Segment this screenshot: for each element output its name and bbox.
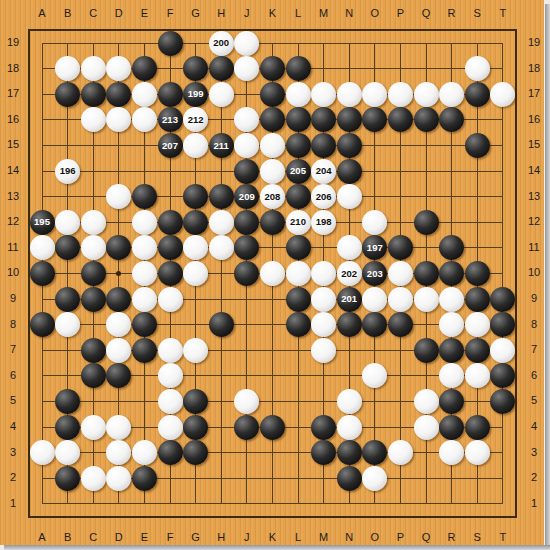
coord-label-top: D: [110, 7, 128, 19]
stone-black: [81, 338, 106, 363]
stone-black: [337, 312, 362, 337]
move-number-label: 206: [316, 192, 332, 202]
coord-label-left: 13: [2, 190, 24, 202]
stone-black: [132, 312, 157, 337]
stone-white: [30, 440, 55, 465]
stone-black: 199: [183, 82, 208, 107]
stone-white: [158, 389, 183, 414]
stone-white: [260, 133, 285, 158]
stone-black: [55, 389, 80, 414]
stone-white: [439, 82, 464, 107]
coord-label-bottom: D: [110, 531, 128, 543]
coord-label-top: C: [84, 7, 102, 19]
move-number-label: 202: [341, 269, 357, 279]
coord-label-bottom: J: [238, 531, 256, 543]
stone-black: [81, 82, 106, 107]
move-number-label: 205: [290, 166, 306, 176]
coord-label-bottom: L: [289, 531, 307, 543]
stone-white: [465, 440, 490, 465]
stone-black: [465, 82, 490, 107]
coord-label-right: 9: [523, 292, 545, 304]
coord-label-bottom: G: [187, 531, 205, 543]
coord-label-bottom: A: [33, 531, 51, 543]
coord-label-right: 15: [523, 138, 545, 150]
coord-label-right: 13: [523, 190, 545, 202]
stone-black: [260, 415, 285, 440]
stone-black: [55, 82, 80, 107]
stone-black: [132, 338, 157, 363]
stone-black: [209, 184, 234, 209]
stone-white: [81, 107, 106, 132]
coord-label-bottom: T: [494, 531, 512, 543]
stone-white: [81, 56, 106, 81]
coord-label-top: R: [443, 7, 461, 19]
stone-black: [132, 184, 157, 209]
stone-white: [388, 261, 413, 286]
stone-white: [81, 210, 106, 235]
move-number-label: 208: [264, 192, 280, 202]
coord-label-right: 7: [523, 343, 545, 355]
stone-black: [55, 415, 80, 440]
coord-label-left: 10: [2, 266, 24, 278]
move-number-label: 200: [213, 38, 229, 48]
coord-label-top: A: [33, 7, 51, 19]
stone-black: [30, 261, 55, 286]
coord-label-top: E: [135, 7, 153, 19]
stone-white: [388, 82, 413, 107]
coord-label-left: 9: [2, 292, 24, 304]
stone-white: [132, 261, 157, 286]
coord-label-top: M: [315, 7, 333, 19]
stone-black: [465, 133, 490, 158]
coord-label-bottom: B: [59, 531, 77, 543]
stone-black: [337, 159, 362, 184]
stone-white: [337, 415, 362, 440]
stone-white: [388, 440, 413, 465]
stone-black: [439, 389, 464, 414]
move-number-label: 196: [60, 166, 76, 176]
stone-white: [362, 210, 387, 235]
stone-white: [106, 466, 131, 491]
coord-label-left: 16: [2, 113, 24, 125]
coord-label-left: 4: [2, 420, 24, 432]
stone-black: [81, 261, 106, 286]
move-number-label: 213: [162, 115, 178, 125]
stone-white: [414, 287, 439, 312]
stone-white: 196: [55, 159, 80, 184]
coord-label-top: G: [187, 7, 205, 19]
stone-black: [286, 184, 311, 209]
stone-black: 195: [30, 210, 55, 235]
coord-label-right: 16: [523, 113, 545, 125]
stone-white: [414, 389, 439, 414]
stone-black: [286, 107, 311, 132]
stone-white: [132, 287, 157, 312]
stone-black: [286, 312, 311, 337]
stone-white: 200: [209, 31, 234, 56]
move-number-label: 199: [188, 89, 204, 99]
coord-label-top: J: [238, 7, 256, 19]
grid-line: [502, 43, 503, 505]
stone-black: [311, 415, 336, 440]
stone-black: [439, 415, 464, 440]
go-board-screenshot: 2001992132122072111962052042092082061952…: [0, 0, 550, 550]
stone-white: [260, 159, 285, 184]
coord-label-left: 6: [2, 369, 24, 381]
stone-white: [158, 415, 183, 440]
stone-white: [260, 261, 285, 286]
move-number-label: 211: [214, 141, 229, 151]
coord-label-right: 10: [523, 266, 545, 278]
stone-black: [490, 287, 515, 312]
stone-black: [158, 235, 183, 260]
coord-label-left: 2: [2, 471, 24, 483]
coord-label-bottom: E: [135, 531, 153, 543]
coord-label-bottom: S: [468, 531, 486, 543]
coord-label-bottom: N: [340, 531, 358, 543]
stone-white: [337, 389, 362, 414]
coord-label-left: 5: [2, 394, 24, 406]
stone-white: [158, 338, 183, 363]
coord-label-top: S: [468, 7, 486, 19]
stone-black: 213: [158, 107, 183, 132]
coord-label-right: 2: [523, 471, 545, 483]
stone-white: [414, 82, 439, 107]
stone-white: [362, 287, 387, 312]
coord-label-left: 1: [2, 497, 24, 509]
coord-label-left: 18: [2, 62, 24, 74]
stone-black: [414, 107, 439, 132]
stone-black: [209, 56, 234, 81]
coord-label-right: 19: [523, 36, 545, 48]
stone-black: [234, 159, 259, 184]
coord-label-right: 8: [523, 318, 545, 330]
move-number-label: 201: [341, 294, 357, 304]
stone-white: [311, 261, 336, 286]
stone-black: [106, 287, 131, 312]
stone-white: [337, 235, 362, 260]
stone-white: [465, 363, 490, 388]
stone-white: [311, 82, 336, 107]
move-number-label: 207: [162, 141, 178, 151]
coord-label-top: T: [494, 7, 512, 19]
grid-line: [42, 503, 504, 504]
stone-black: 211: [209, 133, 234, 158]
stone-black: [337, 107, 362, 132]
stone-black: [286, 56, 311, 81]
stone-white: [81, 466, 106, 491]
stone-white: [158, 363, 183, 388]
stone-black: [465, 338, 490, 363]
coord-label-top: B: [59, 7, 77, 19]
coord-label-bottom: H: [212, 531, 230, 543]
stone-white: [337, 184, 362, 209]
stone-white: 208: [260, 184, 285, 209]
stone-black: [260, 210, 285, 235]
coord-label-right: 4: [523, 420, 545, 432]
stone-white: [183, 133, 208, 158]
stone-black: [81, 363, 106, 388]
stone-white: [490, 82, 515, 107]
stone-black: [465, 261, 490, 286]
coord-label-left: 19: [2, 36, 24, 48]
stone-black: [337, 133, 362, 158]
stone-black: [260, 82, 285, 107]
stone-white: [106, 415, 131, 440]
coord-label-bottom: F: [161, 531, 179, 543]
move-number-label: 204: [316, 166, 332, 176]
stone-white: [286, 82, 311, 107]
coord-label-top: L: [289, 7, 307, 19]
stone-black: [414, 338, 439, 363]
coord-label-right: 17: [523, 87, 545, 99]
coord-label-bottom: P: [391, 531, 409, 543]
stone-black: [234, 210, 259, 235]
coord-label-top: F: [161, 7, 179, 19]
stone-white: [388, 287, 413, 312]
stone-black: 201: [337, 287, 362, 312]
stone-black: 205: [286, 159, 311, 184]
stone-white: 210: [286, 210, 311, 235]
stone-black: [388, 312, 413, 337]
stone-white: [337, 82, 362, 107]
coord-label-left: 17: [2, 87, 24, 99]
stone-black: [183, 415, 208, 440]
stone-white: [132, 440, 157, 465]
stone-white: 204: [311, 159, 336, 184]
stone-black: [337, 440, 362, 465]
stone-white: [465, 56, 490, 81]
coord-label-left: 12: [2, 215, 24, 227]
coord-label-right: 18: [523, 62, 545, 74]
stone-black: [55, 466, 80, 491]
stone-white: [465, 312, 490, 337]
coord-label-bottom: C: [84, 531, 102, 543]
stone-black: [337, 466, 362, 491]
move-number-label: 209: [239, 192, 255, 202]
coord-label-right: 6: [523, 369, 545, 381]
coord-label-right: 5: [523, 394, 545, 406]
stone-white: 198: [311, 210, 336, 235]
coord-label-left: 7: [2, 343, 24, 355]
stone-black: [132, 56, 157, 81]
stone-white: [106, 338, 131, 363]
stone-black: [209, 312, 234, 337]
stone-black: [286, 235, 311, 260]
coord-label-right: 3: [523, 446, 545, 458]
coord-label-bottom: M: [315, 531, 333, 543]
stone-white: [209, 210, 234, 235]
coord-label-bottom: O: [366, 531, 384, 543]
stone-white: [362, 466, 387, 491]
coord-label-bottom: Q: [417, 531, 435, 543]
move-number-label: 198: [316, 217, 332, 227]
coord-label-left: 11: [2, 241, 24, 253]
coord-label-top: Q: [417, 7, 435, 19]
stone-white: [30, 235, 55, 260]
stone-black: [439, 261, 464, 286]
goban: 2001992132122072111962052042092082061952…: [0, 0, 544, 545]
stone-black: [81, 287, 106, 312]
stone-black: [158, 440, 183, 465]
stone-black: [30, 312, 55, 337]
move-number-label: 197: [367, 243, 383, 253]
stone-white: [286, 261, 311, 286]
stone-white: [311, 287, 336, 312]
move-number-label: 203: [367, 269, 383, 279]
coord-label-left: 14: [2, 164, 24, 176]
stone-white: [132, 82, 157, 107]
stone-black: [158, 31, 183, 56]
coord-label-top: P: [391, 7, 409, 19]
stone-black: [234, 415, 259, 440]
coord-label-left: 3: [2, 446, 24, 458]
stone-black: 207: [158, 133, 183, 158]
coord-label-bottom: K: [263, 531, 281, 543]
coord-label-left: 8: [2, 318, 24, 330]
stone-white: [81, 415, 106, 440]
stone-white: [55, 210, 80, 235]
stone-white: [362, 82, 387, 107]
move-number-label: 195: [34, 217, 50, 227]
stone-black: [414, 210, 439, 235]
stone-black: [132, 466, 157, 491]
stone-black: [183, 389, 208, 414]
stone-white: [209, 235, 234, 260]
stone-black: [465, 415, 490, 440]
board-edge-shadow-bottom: [4, 545, 550, 550]
stone-black: [183, 210, 208, 235]
stone-white: [209, 82, 234, 107]
stone-white: [490, 338, 515, 363]
stone-white: [311, 338, 336, 363]
stone-white: [414, 415, 439, 440]
coord-label-right: 14: [523, 164, 545, 176]
stone-black: [311, 133, 336, 158]
coord-label-bottom: R: [443, 531, 461, 543]
move-number-label: 212: [188, 115, 204, 125]
stone-black: [158, 210, 183, 235]
coord-label-top: O: [366, 7, 384, 19]
stone-white: [234, 31, 259, 56]
stone-black: [158, 82, 183, 107]
coord-label-right: 11: [523, 241, 545, 253]
stone-black: [465, 287, 490, 312]
stone-black: [260, 56, 285, 81]
coord-label-top: H: [212, 7, 230, 19]
stone-white: [158, 287, 183, 312]
coord-label-top: N: [340, 7, 358, 19]
stone-white: [183, 338, 208, 363]
stone-black: [286, 133, 311, 158]
stone-black: [55, 287, 80, 312]
coord-label-top: K: [263, 7, 281, 19]
coord-label-right: 12: [523, 215, 545, 227]
stone-white: [81, 235, 106, 260]
stone-black: [286, 287, 311, 312]
move-number-label: 210: [290, 217, 306, 227]
stone-black: [414, 261, 439, 286]
stone-white: [132, 210, 157, 235]
coord-label-right: 1: [523, 497, 545, 509]
stone-white: [183, 261, 208, 286]
coord-label-left: 15: [2, 138, 24, 150]
stone-black: [158, 261, 183, 286]
stone-black: [106, 82, 131, 107]
stone-white: 202: [337, 261, 362, 286]
stone-black: [439, 338, 464, 363]
board-edge-shadow-right: [545, 4, 550, 550]
stone-white: [439, 287, 464, 312]
